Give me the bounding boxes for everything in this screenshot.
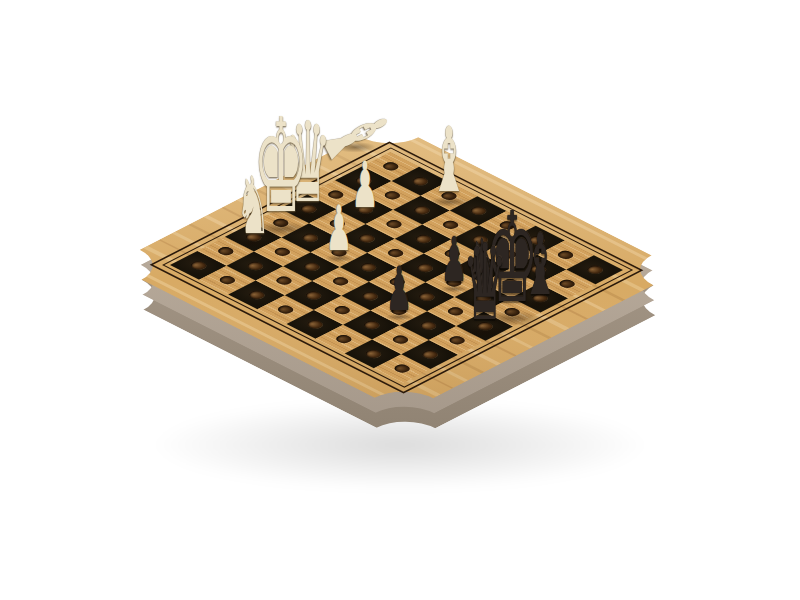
peg-hole [275, 304, 297, 315]
board-top-face [111, 122, 682, 413]
peg-hole [332, 305, 354, 316]
peg-hole [416, 291, 438, 302]
peg-hole [391, 363, 413, 374]
peg-hole [361, 319, 383, 330]
peg-hole [362, 348, 384, 359]
peg-hole [387, 276, 409, 287]
peg-hole [244, 260, 266, 271]
peg-hole [498, 249, 520, 260]
peg-hole [380, 161, 402, 172]
peg-hole [353, 175, 375, 186]
peg-hole [390, 334, 412, 345]
peg-hole [302, 290, 324, 301]
peg-hole [273, 275, 295, 286]
peg-hole [529, 292, 551, 303]
peg-hole [328, 247, 350, 258]
peg-hole [243, 232, 265, 243]
peg-hole [469, 234, 491, 245]
peg-hole [270, 217, 292, 228]
peg-hole [327, 218, 349, 229]
peg-hole [333, 334, 355, 345]
peg-hole [584, 264, 606, 275]
peg-hole [412, 233, 434, 244]
peg-hole [301, 261, 323, 272]
peg-hole [445, 306, 467, 317]
peg-hole [388, 305, 410, 316]
peg-hole [409, 176, 431, 187]
peg-hole [359, 291, 381, 302]
peg-hole [299, 232, 321, 243]
peg-hole [325, 189, 347, 200]
peg-hole [419, 349, 441, 360]
peg-hole [442, 248, 464, 259]
peg-hole [417, 320, 439, 331]
peg-hole [304, 319, 326, 330]
peg-hole [357, 262, 379, 273]
peg-hole [354, 204, 376, 215]
peg-hole [438, 190, 460, 201]
peg-hole [467, 205, 489, 216]
peg-hole [217, 275, 239, 286]
peg-hole [330, 276, 352, 287]
peg-hole [446, 335, 468, 346]
peg-hole [385, 248, 407, 259]
peg-hole [298, 203, 320, 214]
peg-hole [188, 260, 210, 271]
peg-hole [272, 246, 294, 257]
peg-hole [411, 205, 433, 216]
peg-hole [215, 246, 237, 257]
peg-hole [500, 278, 522, 289]
peg-hole [472, 292, 494, 303]
peg-hole [501, 307, 523, 318]
peg-hole [471, 263, 493, 274]
peg-hole [527, 264, 549, 275]
peg-hole [440, 219, 462, 230]
product-photo: ♞♚♛♟♟♝♝♟♟♞♛♚♝ [0, 0, 800, 600]
peg-hole [497, 220, 519, 231]
peg-hole [356, 233, 378, 244]
peg-hole [443, 277, 465, 288]
peg-hole [246, 289, 268, 300]
peg-hole [556, 278, 578, 289]
peg-hole [474, 321, 496, 332]
peg-hole [555, 249, 577, 260]
peg-hole [526, 235, 548, 246]
peg-hole [382, 190, 404, 201]
peg-hole [414, 262, 436, 273]
peg-hole [383, 219, 405, 230]
